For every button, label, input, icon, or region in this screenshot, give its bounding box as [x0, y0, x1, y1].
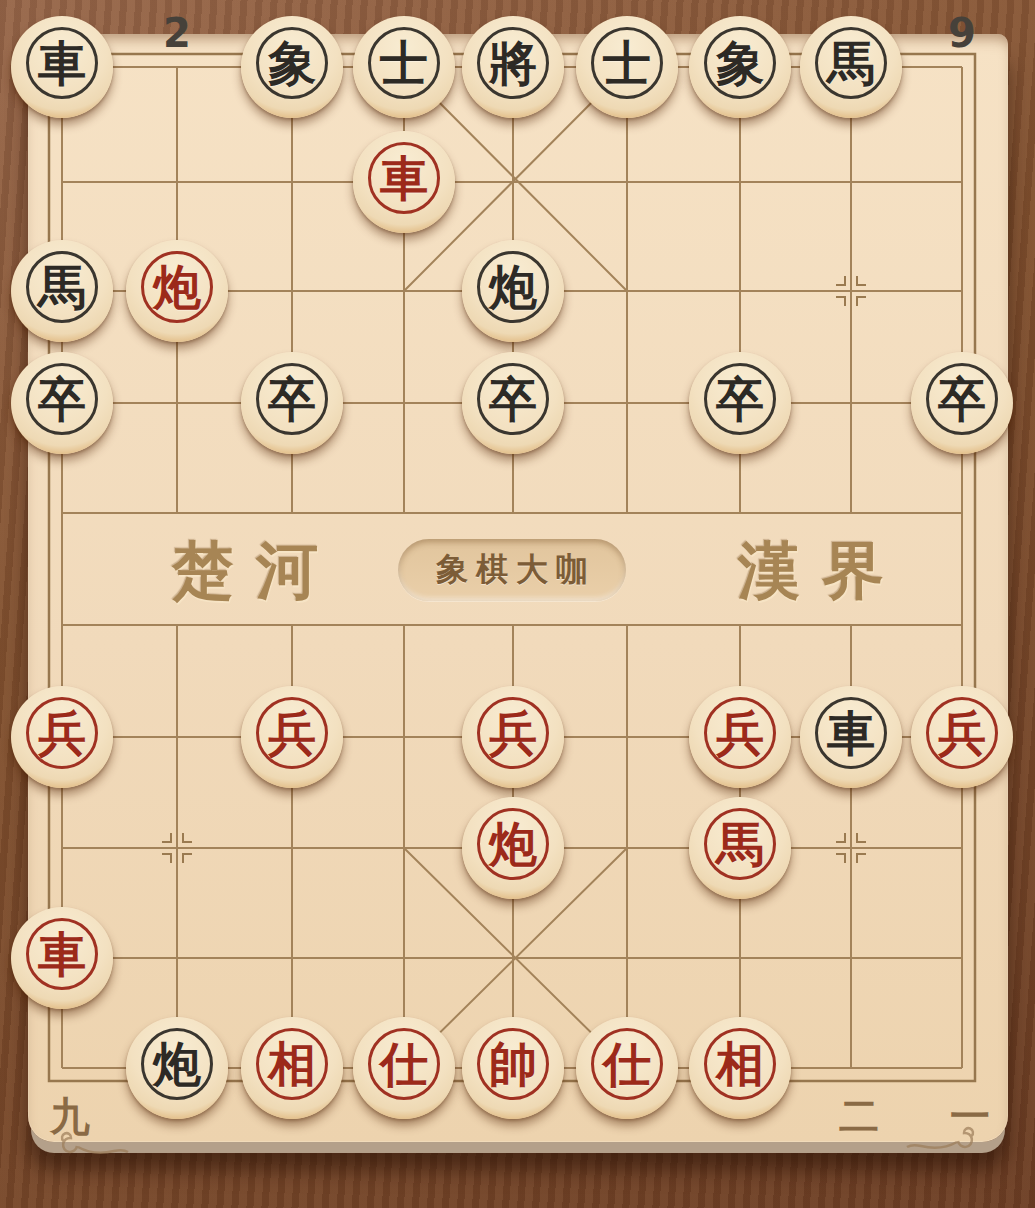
- black-soldier-glyph: 卒: [26, 363, 98, 435]
- black-elephant-glyph: 象: [256, 27, 328, 99]
- red-advisor-glyph: 仕: [591, 1028, 663, 1100]
- piece-black-elephant[interactable]: 象: [241, 16, 343, 118]
- red-horse-glyph: 馬: [704, 808, 776, 880]
- black-soldier-glyph: 卒: [477, 363, 549, 435]
- piece-red-general[interactable]: 帥: [462, 1017, 564, 1119]
- red-general-glyph: 帥: [477, 1028, 549, 1100]
- black-soldier-glyph: 卒: [704, 363, 776, 435]
- piece-red-soldier[interactable]: 兵: [462, 686, 564, 788]
- piece-red-horse[interactable]: 馬: [689, 797, 791, 899]
- xiangqi-game-screen: 楚河 漢界 象棋大咖 29九二一 車象士將士象馬車馬炮炮卒卒卒卒卒兵兵兵兵車兵炮…: [0, 0, 1035, 1208]
- black-soldier-glyph: 卒: [926, 363, 998, 435]
- piece-black-chariot[interactable]: 車: [11, 16, 113, 118]
- piece-black-soldier[interactable]: 卒: [689, 352, 791, 454]
- piece-black-cannon[interactable]: 炮: [126, 1017, 228, 1119]
- river-label-chu-he: 楚河: [172, 529, 340, 613]
- piece-red-chariot[interactable]: 車: [11, 907, 113, 1009]
- black-general-glyph: 將: [477, 27, 549, 99]
- piece-black-cannon[interactable]: 炮: [462, 240, 564, 342]
- piece-red-cannon[interactable]: 炮: [462, 797, 564, 899]
- piece-red-cannon[interactable]: 炮: [126, 240, 228, 342]
- red-soldier-glyph: 兵: [256, 697, 328, 769]
- piece-black-soldier[interactable]: 卒: [241, 352, 343, 454]
- red-elephant-glyph: 相: [704, 1028, 776, 1100]
- piece-red-advisor[interactable]: 仕: [576, 1017, 678, 1119]
- piece-black-soldier[interactable]: 卒: [911, 352, 1013, 454]
- red-soldier-glyph: 兵: [704, 697, 776, 769]
- red-cannon-glyph: 炮: [141, 251, 213, 323]
- app-badge-label: 象棋大咖: [428, 548, 596, 592]
- black-soldier-glyph: 卒: [256, 363, 328, 435]
- bottom-coordinate-label-九: 九: [50, 1089, 90, 1144]
- piece-black-advisor[interactable]: 士: [576, 16, 678, 118]
- piece-black-chariot[interactable]: 車: [800, 686, 902, 788]
- black-horse-glyph: 馬: [815, 27, 887, 99]
- piece-red-soldier[interactable]: 兵: [911, 686, 1013, 788]
- red-chariot-glyph: 車: [26, 918, 98, 990]
- piece-black-horse[interactable]: 馬: [800, 16, 902, 118]
- piece-black-advisor[interactable]: 士: [353, 16, 455, 118]
- piece-red-soldier[interactable]: 兵: [241, 686, 343, 788]
- top-coordinate-label-2: 2: [163, 10, 191, 56]
- app-badge: 象棋大咖: [398, 539, 626, 601]
- black-chariot-glyph: 車: [815, 697, 887, 769]
- piece-red-soldier[interactable]: 兵: [11, 686, 113, 788]
- top-coordinate-label-9: 9: [948, 10, 976, 56]
- piece-black-general[interactable]: 將: [462, 16, 564, 118]
- piece-red-elephant[interactable]: 相: [241, 1017, 343, 1119]
- red-soldier-glyph: 兵: [26, 697, 98, 769]
- piece-black-horse[interactable]: 馬: [11, 240, 113, 342]
- piece-black-soldier[interactable]: 卒: [462, 352, 564, 454]
- piece-red-soldier[interactable]: 兵: [689, 686, 791, 788]
- black-chariot-glyph: 車: [26, 27, 98, 99]
- red-soldier-glyph: 兵: [477, 697, 549, 769]
- bottom-coordinate-label-二: 二: [839, 1089, 879, 1144]
- piece-red-advisor[interactable]: 仕: [353, 1017, 455, 1119]
- piece-red-chariot[interactable]: 車: [353, 131, 455, 233]
- river-label-han-jie: 漢界: [738, 529, 906, 613]
- black-advisor-glyph: 士: [368, 27, 440, 99]
- black-cannon-glyph: 炮: [141, 1028, 213, 1100]
- red-chariot-glyph: 車: [368, 142, 440, 214]
- black-advisor-glyph: 士: [591, 27, 663, 99]
- red-elephant-glyph: 相: [256, 1028, 328, 1100]
- black-cannon-glyph: 炮: [477, 251, 549, 323]
- piece-black-soldier[interactable]: 卒: [11, 352, 113, 454]
- piece-black-elephant[interactable]: 象: [689, 16, 791, 118]
- black-elephant-glyph: 象: [704, 27, 776, 99]
- red-advisor-glyph: 仕: [368, 1028, 440, 1100]
- piece-red-elephant[interactable]: 相: [689, 1017, 791, 1119]
- bottom-coordinate-label-一: 一: [950, 1089, 990, 1144]
- black-horse-glyph: 馬: [26, 251, 98, 323]
- red-cannon-glyph: 炮: [477, 808, 549, 880]
- red-soldier-glyph: 兵: [926, 697, 998, 769]
